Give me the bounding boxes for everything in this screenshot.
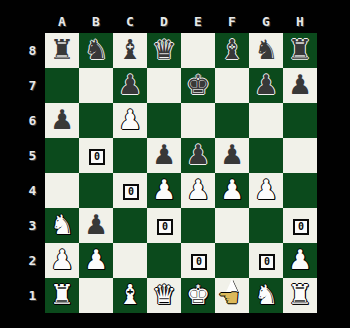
- piece-white-pawn: ♟: [45, 243, 79, 278]
- game-screen: ABCDEFGH 87654321 ♜♞♝♛♝♞♜♟♚♟♟♟♟0♟♟♟0♟♟♟♟…: [0, 0, 350, 328]
- piece-black-rook: ♜: [45, 33, 79, 68]
- square-f3[interactable]: [215, 208, 249, 243]
- square-f8[interactable]: ♝: [215, 33, 249, 68]
- rank-label-2: 2: [22, 243, 43, 278]
- piece-white-pawn: ♟: [113, 103, 147, 138]
- legal-move-marker[interactable]: 0: [123, 184, 139, 200]
- square-h2[interactable]: ♟: [283, 243, 317, 278]
- square-h6[interactable]: [283, 103, 317, 138]
- square-d7[interactable]: [147, 68, 181, 103]
- square-a8[interactable]: ♜: [45, 33, 79, 68]
- piece-white-knight: ♞: [249, 278, 283, 313]
- square-b5[interactable]: 0: [79, 138, 113, 173]
- rank-label-8: 8: [22, 33, 43, 68]
- square-e5[interactable]: ♟: [181, 138, 215, 173]
- square-a7[interactable]: [45, 68, 79, 103]
- piece-white-rook: ♜: [283, 278, 317, 313]
- square-e4[interactable]: ♟: [181, 173, 215, 208]
- hand-cursor[interactable]: ☚: [215, 278, 249, 313]
- square-b4[interactable]: [79, 173, 113, 208]
- square-f4[interactable]: ♟: [215, 173, 249, 208]
- piece-black-knight: ♞: [249, 33, 283, 68]
- piece-white-pawn: ♟: [147, 173, 181, 208]
- rank-label-5: 5: [22, 138, 43, 173]
- piece-white-bishop: ♝: [113, 278, 147, 313]
- square-f6[interactable]: [215, 103, 249, 138]
- file-label-d: D: [147, 13, 181, 31]
- square-g1[interactable]: ♞: [249, 278, 283, 313]
- file-label-g: G: [249, 13, 283, 31]
- square-c2[interactable]: [113, 243, 147, 278]
- file-label-f: F: [215, 13, 249, 31]
- piece-black-rook: ♜: [283, 33, 317, 68]
- square-b2[interactable]: ♟: [79, 243, 113, 278]
- piece-black-pawn: ♟: [45, 103, 79, 138]
- square-b7[interactable]: [79, 68, 113, 103]
- square-d5[interactable]: ♟: [147, 138, 181, 173]
- piece-black-pawn: ♟: [147, 138, 181, 173]
- piece-white-pawn: ♟: [249, 173, 283, 208]
- rank-label-4: 4: [22, 173, 43, 208]
- square-e2[interactable]: 0: [181, 243, 215, 278]
- square-g4[interactable]: ♟: [249, 173, 283, 208]
- square-d8[interactable]: ♛: [147, 33, 181, 68]
- square-a4[interactable]: [45, 173, 79, 208]
- rank-label-1: 1: [22, 278, 43, 313]
- square-c1[interactable]: ♝: [113, 278, 147, 313]
- legal-move-marker[interactable]: 0: [157, 219, 173, 235]
- rank-labels: 87654321: [22, 33, 43, 313]
- piece-black-pawn: ♟: [249, 68, 283, 103]
- square-h8[interactable]: ♜: [283, 33, 317, 68]
- square-f2[interactable]: [215, 243, 249, 278]
- square-h5[interactable]: [283, 138, 317, 173]
- square-g8[interactable]: ♞: [249, 33, 283, 68]
- piece-black-pawn: ♟: [215, 138, 249, 173]
- legal-move-marker[interactable]: 0: [89, 149, 105, 165]
- rank-label-6: 6: [22, 103, 43, 138]
- piece-black-pawn: ♟: [79, 208, 113, 243]
- piece-black-queen: ♛: [147, 33, 181, 68]
- file-label-e: E: [181, 13, 215, 31]
- piece-black-pawn: ♟: [181, 138, 215, 173]
- piece-white-pawn: ♟: [79, 243, 113, 278]
- legal-move-marker[interactable]: 0: [293, 219, 309, 235]
- square-d4[interactable]: ♟: [147, 173, 181, 208]
- square-c7[interactable]: ♟: [113, 68, 147, 103]
- square-a5[interactable]: [45, 138, 79, 173]
- square-c6[interactable]: ♟: [113, 103, 147, 138]
- square-h7[interactable]: ♟: [283, 68, 317, 103]
- piece-black-bishop: ♝: [215, 33, 249, 68]
- piece-white-pawn: ♟: [215, 173, 249, 208]
- square-e3[interactable]: [181, 208, 215, 243]
- square-c5[interactable]: [113, 138, 147, 173]
- square-g2[interactable]: 0: [249, 243, 283, 278]
- piece-black-bishop: ♝: [113, 33, 147, 68]
- square-h4[interactable]: [283, 173, 317, 208]
- piece-white-pawn: ♟: [283, 243, 317, 278]
- square-g6[interactable]: [249, 103, 283, 138]
- square-b1[interactable]: [79, 278, 113, 313]
- square-h1[interactable]: ♜: [283, 278, 317, 313]
- piece-white-knight: ♞: [45, 208, 79, 243]
- file-label-b: B: [79, 13, 113, 31]
- square-b3[interactable]: ♟: [79, 208, 113, 243]
- square-a2[interactable]: ♟: [45, 243, 79, 278]
- square-h3[interactable]: 0: [283, 208, 317, 243]
- square-a3[interactable]: ♞: [45, 208, 79, 243]
- square-c4[interactable]: 0: [113, 173, 147, 208]
- square-d6[interactable]: [147, 103, 181, 138]
- piece-black-pawn: ♟: [283, 68, 317, 103]
- piece-white-pawn: ♟: [181, 173, 215, 208]
- square-c8[interactable]: ♝: [113, 33, 147, 68]
- square-f1[interactable]: ☚: [215, 278, 249, 313]
- square-b8[interactable]: ♞: [79, 33, 113, 68]
- piece-black-pawn: ♟: [113, 68, 147, 103]
- square-a1[interactable]: ♜: [45, 278, 79, 313]
- square-a6[interactable]: ♟: [45, 103, 79, 138]
- square-d1[interactable]: ♛: [147, 278, 181, 313]
- square-d3[interactable]: 0: [147, 208, 181, 243]
- square-d2[interactable]: [147, 243, 181, 278]
- piece-white-rook: ♜: [45, 278, 79, 313]
- rank-label-3: 3: [22, 208, 43, 243]
- square-f5[interactable]: ♟: [215, 138, 249, 173]
- rank-label-7: 7: [22, 68, 43, 103]
- square-e8[interactable]: [181, 33, 215, 68]
- square-g7[interactable]: ♟: [249, 68, 283, 103]
- file-label-h: H: [283, 13, 317, 31]
- square-f7[interactable]: [215, 68, 249, 103]
- legal-move-marker[interactable]: 0: [191, 254, 207, 270]
- square-g5[interactable]: [249, 138, 283, 173]
- piece-white-queen: ♛: [147, 278, 181, 313]
- file-labels: ABCDEFGH: [45, 13, 317, 31]
- square-e7[interactable]: ♚: [181, 68, 215, 103]
- piece-black-knight: ♞: [79, 33, 113, 68]
- piece-white-king: ♚: [181, 278, 215, 313]
- square-c3[interactable]: [113, 208, 147, 243]
- file-label-c: C: [113, 13, 147, 31]
- legal-move-marker[interactable]: 0: [259, 254, 275, 270]
- square-e1[interactable]: ♚: [181, 278, 215, 313]
- file-label-a: A: [45, 13, 79, 31]
- square-g3[interactable]: [249, 208, 283, 243]
- piece-black-king: ♚: [181, 68, 215, 103]
- square-e6[interactable]: [181, 103, 215, 138]
- hand-cursor-icon: ☚: [218, 284, 240, 312]
- square-b6[interactable]: [79, 103, 113, 138]
- chess-board: ♜♞♝♛♝♞♜♟♚♟♟♟♟0♟♟♟0♟♟♟♟♞♟00♟♟00♟♜♝♛♚☚♞♜: [45, 33, 317, 313]
